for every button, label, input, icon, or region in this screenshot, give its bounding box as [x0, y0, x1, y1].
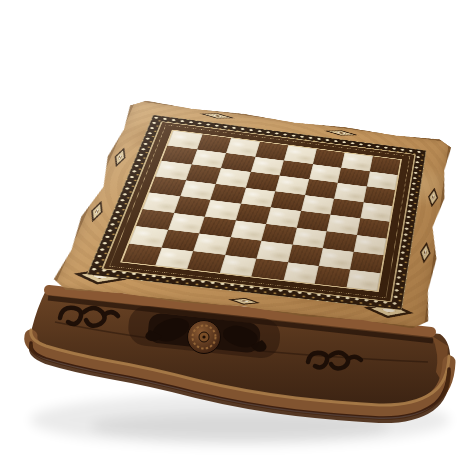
square-d1[interactable] — [219, 255, 256, 277]
inlay-diamond-motif-front-mid — [227, 296, 261, 306]
product-photo-stage — [0, 0, 474, 474]
mosaic-border-ring — [87, 115, 427, 311]
square-e1[interactable] — [251, 258, 287, 280]
inlay-diamond-motif-right-lower — [418, 241, 432, 264]
inlay-diamond-motif-back-right — [323, 128, 359, 138]
square-h1[interactable] — [346, 269, 380, 291]
inlay-diamond-motif-left-upper — [110, 147, 129, 168]
chess-board — [120, 130, 402, 292]
square-g1[interactable] — [315, 266, 350, 288]
drawer-knob — [188, 321, 221, 354]
walnut-border-ring — [101, 121, 416, 302]
knob-center-dot — [202, 335, 205, 338]
square-f1[interactable] — [283, 262, 319, 284]
inlay-diamond-motif-right-upper — [427, 187, 440, 208]
